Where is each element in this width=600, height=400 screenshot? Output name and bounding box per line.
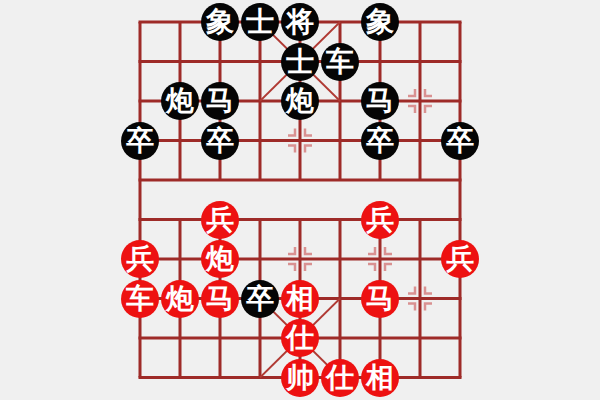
piece-red-soldier[interactable]: 兵	[361, 201, 399, 239]
piece-red-elephant[interactable]: 相	[281, 280, 319, 318]
piece-black-elephant[interactable]: 象	[361, 3, 399, 41]
piece-red-elephant[interactable]: 相	[361, 359, 399, 397]
piece-red-advisor[interactable]: 仕	[321, 359, 359, 397]
xiangqi-board: 象士将象士车炮马炮马卒卒卒卒卒兵兵兵炮兵车炮马相马仕帅仕相	[0, 0, 600, 400]
piece-black-soldier[interactable]: 卒	[441, 122, 479, 160]
piece-red-chariot[interactable]: 车	[121, 280, 159, 318]
piece-black-cannon[interactable]: 炮	[281, 82, 319, 120]
piece-black-advisor[interactable]: 士	[241, 3, 279, 41]
xiangqi-app: 象士将象士车炮马炮马卒卒卒卒卒兵兵兵炮兵车炮马相马仕帅仕相	[0, 0, 600, 400]
piece-black-soldier[interactable]: 卒	[121, 122, 159, 160]
piece-red-soldier[interactable]: 兵	[121, 240, 159, 278]
piece-red-cannon[interactable]: 炮	[201, 240, 239, 278]
piece-black-advisor[interactable]: 士	[281, 43, 319, 81]
piece-red-soldier[interactable]: 兵	[441, 240, 479, 278]
piece-black-soldier[interactable]: 卒	[361, 122, 399, 160]
piece-black-elephant[interactable]: 象	[201, 3, 239, 41]
piece-layer: 象士将象士车炮马炮马卒卒卒卒卒兵兵兵炮兵车炮马相马仕帅仕相	[120, 2, 480, 397]
piece-red-advisor[interactable]: 仕	[281, 319, 319, 357]
piece-red-general[interactable]: 帅	[281, 359, 319, 397]
piece-black-soldier[interactable]: 卒	[241, 280, 279, 318]
piece-red-horse[interactable]: 马	[201, 280, 239, 318]
piece-black-cannon[interactable]: 炮	[161, 82, 199, 120]
piece-red-cannon[interactable]: 炮	[161, 280, 199, 318]
piece-red-horse[interactable]: 马	[361, 280, 399, 318]
piece-black-horse[interactable]: 马	[201, 82, 239, 120]
piece-red-soldier[interactable]: 兵	[201, 201, 239, 239]
piece-black-horse[interactable]: 马	[361, 82, 399, 120]
piece-black-chariot[interactable]: 车	[321, 43, 359, 81]
piece-black-soldier[interactable]: 卒	[201, 122, 239, 160]
piece-black-general[interactable]: 将	[281, 3, 319, 41]
